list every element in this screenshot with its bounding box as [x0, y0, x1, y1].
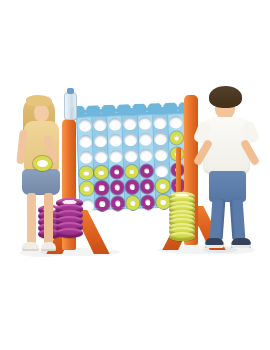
empty-hole: [155, 164, 168, 177]
cell-r4c5: [139, 163, 155, 179]
empty-hole: [154, 116, 167, 129]
cell-r4c1: [79, 165, 95, 181]
yellow-disc: [156, 179, 170, 193]
empty-hole: [78, 135, 91, 148]
purple-disc: [110, 165, 124, 179]
girl-hair-fringe: [26, 95, 52, 106]
cell-r3c3: [109, 148, 125, 164]
empty-hole: [79, 150, 92, 163]
purple-ring-stack-front: [56, 198, 83, 238]
cell-r5c5: [140, 179, 156, 195]
empty-hole: [169, 116, 182, 129]
girl-leg-right: [44, 193, 53, 244]
cell-r4c6: [155, 162, 171, 178]
cell-r2c5: [138, 131, 154, 147]
cell-r1c2: [92, 117, 108, 133]
cell-r1c3: [108, 116, 124, 132]
empty-hole: [123, 117, 136, 130]
yellow-disc: [80, 182, 94, 196]
purple-disc: [110, 181, 124, 195]
empty-hole: [124, 133, 137, 146]
cell-r5c4: [125, 179, 141, 195]
empty-hole: [93, 118, 106, 131]
cell-r1c5: [138, 115, 154, 131]
empty-hole: [154, 132, 167, 145]
purple-disc: [95, 181, 109, 195]
empty-hole: [94, 150, 107, 163]
boy-leg-left: [210, 199, 226, 241]
girl-shoe-right: [41, 242, 56, 251]
yellow-disc: [125, 164, 139, 178]
empty-hole: [108, 118, 121, 131]
cell-r3c4: [124, 147, 140, 163]
boy-hair: [209, 86, 242, 108]
yellow-ring-stack: [169, 192, 195, 241]
empty-hole: [109, 149, 122, 162]
boy-sneaker-left: [205, 238, 224, 248]
cell-r2c3: [108, 132, 124, 148]
cell-r1c6: [153, 115, 169, 131]
girl-face: [34, 104, 49, 122]
cell-r4c3: [109, 164, 125, 180]
empty-hole: [155, 148, 168, 161]
girl-leg-left: [27, 193, 36, 244]
boy-sneaker-right: [231, 238, 251, 248]
purple-disc: [140, 164, 154, 178]
boy-jeans: [209, 171, 246, 202]
empty-hole: [124, 149, 137, 162]
cell-r2c6: [153, 131, 169, 147]
water-bottle: [64, 92, 77, 120]
empty-hole: [78, 119, 91, 132]
cell-r2c2: [93, 133, 109, 149]
cell-r2c4: [123, 132, 139, 148]
cell-r1c7: [168, 114, 184, 130]
cell-r5c1: [79, 181, 95, 197]
boy-leg-right: [230, 199, 246, 241]
purple-disc: [140, 180, 154, 194]
water-bottle-cap-icon: [67, 88, 74, 94]
product-photo-scene: [0, 0, 270, 350]
cell-r1c4: [123, 116, 139, 132]
cell-r4c4: [124, 163, 140, 179]
yellow-ring: [169, 232, 195, 241]
yellow-disc: [79, 166, 93, 180]
purple-disc: [125, 180, 139, 194]
cell-r1c1: [77, 117, 93, 133]
cell-r2c7: [169, 130, 185, 146]
cell-r2c1: [78, 133, 94, 149]
cell-r3c6: [154, 146, 170, 162]
empty-hole: [109, 134, 122, 147]
cell-r3c5: [139, 147, 155, 163]
cell-r5c3: [110, 180, 126, 196]
cell-r4c2: [94, 164, 110, 180]
empty-hole: [138, 117, 151, 130]
right-ring-peg: [176, 147, 181, 197]
cell-r3c1: [78, 149, 94, 165]
cell-r3c2: [94, 148, 110, 164]
yellow-disc: [94, 165, 108, 179]
yellow-disc: [169, 131, 183, 145]
empty-hole: [140, 148, 153, 161]
girl-denim-shorts: [22, 169, 60, 195]
girl-shoe-left: [22, 242, 39, 251]
empty-hole: [94, 134, 107, 147]
girl-held-yellow-disc: [33, 156, 52, 171]
empty-hole: [139, 133, 152, 146]
purple-ring: [56, 228, 83, 238]
cell-r5c2: [95, 180, 111, 196]
